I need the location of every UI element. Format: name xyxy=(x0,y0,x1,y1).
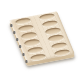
edge-engraving-mark xyxy=(13,31,15,35)
mancala-board xyxy=(9,11,75,63)
pit-r4-c1[interactable] xyxy=(23,39,40,47)
pit-r4-c2[interactable] xyxy=(47,34,64,42)
edge-engraving-mark xyxy=(22,52,24,56)
edge-engraving-mark xyxy=(10,24,12,28)
product-photo-scene xyxy=(0,0,84,84)
edge-engraving-mark xyxy=(26,59,28,63)
pit-r5-c2[interactable] xyxy=(50,41,67,49)
edge-engraving-mark xyxy=(17,38,19,42)
edge-engraving-mark xyxy=(19,45,21,49)
pit-r5-c1[interactable] xyxy=(26,46,43,54)
